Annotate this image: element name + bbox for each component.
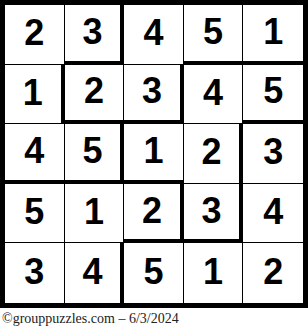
cell-r5c5: 2 <box>243 243 303 303</box>
cell-r3c3: 1 <box>124 124 184 184</box>
copyright-footer: ©grouppuzzles.com – 6/3/2024 <box>2 309 306 329</box>
cell-r4c5: 4 <box>243 184 303 244</box>
cell-r4c2: 1 <box>65 184 125 244</box>
cell-r1c2: 3 <box>65 5 125 65</box>
cell-r2c1: 1 <box>5 65 65 125</box>
cell-r1c3: 4 <box>124 5 184 65</box>
cell-r2c5: 5 <box>243 65 303 125</box>
cell-r3c2: 5 <box>65 124 125 184</box>
cell-r4c3: 2 <box>124 184 184 244</box>
cell-r5c3: 5 <box>124 243 184 303</box>
cell-r5c4: 1 <box>184 243 244 303</box>
cell-r3c5: 3 <box>243 124 303 184</box>
cell-r3c4: 2 <box>184 124 244 184</box>
cell-r2c3: 3 <box>124 65 184 125</box>
cell-r1c5: 1 <box>243 5 303 65</box>
sudoku-board: 2 3 4 5 1 1 2 3 4 5 4 5 1 2 3 5 1 2 3 4 … <box>0 0 308 308</box>
cell-r5c1: 3 <box>5 243 65 303</box>
cell-r1c4: 5 <box>184 5 244 65</box>
cell-r4c4: 3 <box>184 184 244 244</box>
cell-r3c1: 4 <box>5 124 65 184</box>
cell-r2c2: 2 <box>65 65 125 125</box>
cell-r1c1: 2 <box>5 5 65 65</box>
cell-r2c4: 4 <box>184 65 244 125</box>
cell-r4c1: 5 <box>5 184 65 244</box>
cell-r5c2: 4 <box>65 243 125 303</box>
